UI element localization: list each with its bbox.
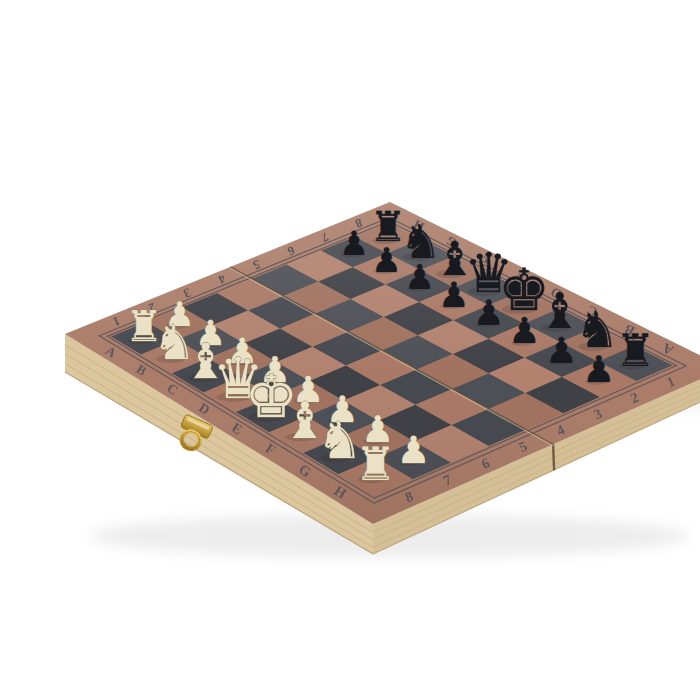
black-pawn-h7: ♟ — [583, 348, 616, 391]
chess-set-photo: Folding wooden chess set with pieces in … — [40, 16, 700, 700]
black-pawn-a7: ♟ — [339, 224, 369, 263]
black-rook-h8: ♜ — [615, 324, 655, 377]
black-pawn-b7: ♟ — [371, 240, 401, 280]
black-pawn-d7: ♟ — [438, 275, 469, 315]
black-pawn-f7: ♟ — [509, 310, 541, 351]
fold-seam-side — [553, 444, 554, 470]
black-pawn-e7: ♟ — [473, 292, 505, 333]
white-pawn-h2: ♟ — [397, 428, 431, 472]
black-pawn-c7: ♟ — [404, 257, 435, 297]
black-pawn-g7: ♟ — [545, 330, 577, 372]
white-rook-h1: ♜ — [355, 437, 397, 491]
chess-board: A18HB27GC36FD45EE54DF63CG72BH81A♜♟♞♟♝♟♛♟… — [40, 16, 700, 700]
